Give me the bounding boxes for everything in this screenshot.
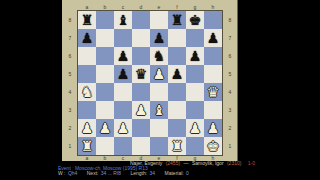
square-h7[interactable]: ♟ [204,29,222,47]
square-d4[interactable] [132,83,150,101]
square-a5[interactable] [78,65,96,83]
rank-label-4: 4 [223,83,237,101]
file-label-g: g [186,2,204,11]
piece-black-rook-f8: ♜ [171,11,184,29]
square-h3[interactable] [204,101,222,119]
square-c5[interactable]: ♟ [114,65,132,83]
square-g3[interactable] [186,101,204,119]
chess-board: ♜♝♜♚♟♟♟♟♞♟♟♛♟♟♞♛♟♝♟♟♟♟♟♜♜♚ [78,11,222,155]
piece-white-rook-f1: ♜ [171,137,184,155]
square-g5[interactable] [186,65,204,83]
square-e3[interactable]: ♝ [150,101,168,119]
piece-black-pawn-f5: ♟ [171,65,184,83]
square-c6[interactable]: ♟ [114,47,132,65]
rank-label-8: 8 [223,11,237,29]
file-labels-top: abcdefgh [78,2,222,11]
square-b3[interactable] [96,101,114,119]
piece-black-pawn-a7: ♟ [81,29,94,47]
square-c8[interactable]: ♝ [114,11,132,29]
rank-label-5: 5 [63,65,77,83]
rank-label-1: 1 [63,137,77,155]
file-label-a: a [78,155,96,161]
material-label: Material: [165,170,184,176]
square-g2[interactable]: ♟ [186,119,204,137]
square-g1[interactable] [186,137,204,155]
rank-label-3: 3 [223,101,237,119]
square-h5[interactable] [204,65,222,83]
square-b2[interactable]: ♟ [96,119,114,137]
rank-label-2: 2 [63,119,77,137]
square-g8[interactable]: ♚ [186,11,204,29]
screenshot-stage: abcdefgh 87654321 87654321 ♜♝♜♚♟♟♟♟♞♟♟♛♟… [0,0,320,180]
rank-label-6: 6 [223,47,237,65]
square-c3[interactable] [114,101,132,119]
square-h2[interactable]: ♟ [204,119,222,137]
square-a4[interactable]: ♞ [78,83,96,101]
square-a3[interactable] [78,101,96,119]
square-c4[interactable] [114,83,132,101]
square-e8[interactable] [150,11,168,29]
square-d7[interactable] [132,29,150,47]
piece-black-pawn-e7: ♟ [153,29,166,47]
square-c2[interactable]: ♟ [114,119,132,137]
piece-black-pawn-g6: ♟ [189,47,202,65]
square-e7[interactable]: ♟ [150,29,168,47]
file-label-b: b [96,2,114,11]
piece-black-bishop-c8: ♝ [117,11,130,29]
file-label-b: b [96,155,114,161]
rank-label-8: 8 [63,11,77,29]
square-f8[interactable]: ♜ [168,11,186,29]
game-result: 1-0 [248,160,255,166]
black-player-name: Samoylik, Igor [192,160,224,166]
piece-black-knight-e6: ♞ [153,47,166,65]
piece-white-pawn-h2: ♟ [207,119,220,137]
rank-label-7: 7 [223,29,237,47]
square-g4[interactable] [186,83,204,101]
square-g6[interactable]: ♟ [186,47,204,65]
square-a7[interactable]: ♟ [78,29,96,47]
rank-label-2: 2 [223,119,237,137]
square-d6[interactable] [132,47,150,65]
rank-labels-left: 87654321 [63,11,77,155]
piece-white-pawn-e5: ♟ [153,65,166,83]
square-c1[interactable] [114,137,132,155]
material-value: 0 [186,170,189,176]
square-f7[interactable] [168,29,186,47]
piece-white-pawn-a2: ♟ [81,119,94,137]
rank-label-5: 5 [223,65,237,83]
players-separator: — [183,160,188,166]
length-label: Length: [130,170,147,176]
square-b7[interactable] [96,29,114,47]
square-d8[interactable] [132,11,150,29]
square-d3[interactable]: ♟ [132,101,150,119]
length-value: 34 [150,170,156,176]
rank-label-1: 1 [223,137,237,155]
piece-white-pawn-d3: ♟ [135,101,148,119]
square-f5[interactable]: ♟ [168,65,186,83]
square-h8[interactable] [204,11,222,29]
file-label-e: e [150,2,168,11]
piece-white-knight-a4: ♞ [81,83,94,101]
piece-white-queen-h4: ♛ [207,83,220,101]
square-f1[interactable]: ♜ [168,137,186,155]
next-label: Next: [87,170,99,176]
square-e6[interactable]: ♞ [150,47,168,65]
square-a8[interactable]: ♜ [78,11,96,29]
square-e4[interactable] [150,83,168,101]
square-f2[interactable] [168,119,186,137]
rank-label-4: 4 [63,83,77,101]
square-d1[interactable] [132,137,150,155]
square-h1[interactable]: ♚ [204,137,222,155]
square-b8[interactable] [96,11,114,29]
square-f4[interactable] [168,83,186,101]
piece-white-pawn-c2: ♟ [117,119,130,137]
piece-black-pawn-c5: ♟ [117,65,130,83]
stats-line: W : Qh4 Next: 34 ... Rf8 Length: 34 Mate… [58,171,197,176]
piece-white-pawn-b2: ♟ [99,119,112,137]
rank-labels-right: 87654321 [223,11,237,155]
white-player-rating: (2455) [166,160,180,166]
square-e5[interactable]: ♟ [150,65,168,83]
square-d2[interactable] [132,119,150,137]
file-label-c: c [114,2,132,11]
piece-black-king-g8: ♚ [189,11,202,29]
file-label-a: a [78,2,96,11]
piece-white-bishop-e3: ♝ [153,101,166,119]
square-h6[interactable] [204,47,222,65]
square-g7[interactable] [186,29,204,47]
piece-white-rook-a1: ♜ [81,137,94,155]
rank-label-7: 7 [63,29,77,47]
players-result-line: Najer, Evgeniy (2455) — Samoylik, Igor (… [130,161,257,166]
file-label-d: d [132,2,150,11]
square-b6[interactable] [96,47,114,65]
square-f6[interactable] [168,47,186,65]
square-b5[interactable] [96,65,114,83]
last-move-value: Qh4 [68,170,77,176]
piece-black-rook-a8: ♜ [81,11,94,29]
chess-board-widget: abcdefgh 87654321 87654321 ♜♝♜♚♟♟♟♟♞♟♟♛♟… [62,0,238,161]
square-a6[interactable] [78,47,96,65]
square-h4[interactable]: ♛ [204,83,222,101]
square-d5[interactable]: ♛ [132,65,150,83]
file-label-h: h [204,2,222,11]
square-b4[interactable] [96,83,114,101]
last-move-label: W : [58,170,66,176]
square-a2[interactable]: ♟ [78,119,96,137]
black-player-rating: (2310) [227,160,241,166]
square-e1[interactable] [150,137,168,155]
file-label-f: f [168,2,186,11]
square-f3[interactable] [168,101,186,119]
piece-black-pawn-c6: ♟ [117,47,130,65]
piece-black-pawn-h7: ♟ [207,29,220,47]
rank-label-3: 3 [63,101,77,119]
square-a1[interactable]: ♜ [78,137,96,155]
square-b1[interactable] [96,137,114,155]
piece-white-pawn-g2: ♟ [189,119,202,137]
square-e2[interactable] [150,119,168,137]
square-c7[interactable] [114,29,132,47]
piece-black-queen-d5: ♛ [135,65,148,83]
next-value: 34 ... Rf8 [101,170,121,176]
rank-label-6: 6 [63,47,77,65]
piece-white-king-h1: ♚ [207,137,220,155]
